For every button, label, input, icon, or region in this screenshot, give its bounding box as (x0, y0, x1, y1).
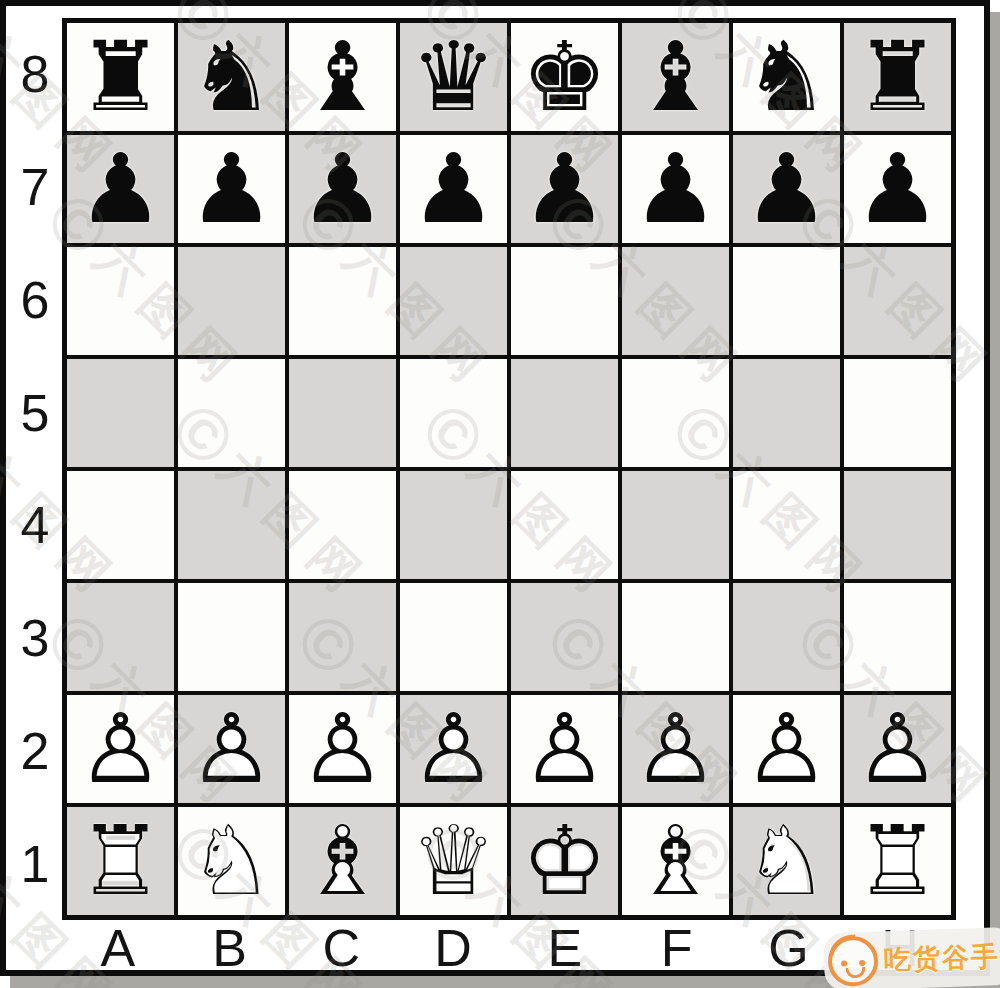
piece-white-pawn: ♟♙ (511, 695, 618, 803)
square-e3[interactable] (511, 583, 618, 691)
square-h4[interactable] (844, 471, 951, 579)
square-d1[interactable]: ♛♕ (400, 807, 507, 915)
square-g5[interactable] (733, 359, 840, 467)
square-b5[interactable] (178, 359, 285, 467)
square-b1[interactable]: ♞♘ (178, 807, 285, 915)
piece-black-rook: ♜ (854, 29, 940, 125)
piece-fill-glyph: ♝ (622, 807, 729, 915)
piece-white-pawn: ♟♙ (622, 695, 729, 803)
rank-label-1: 1 (21, 838, 50, 890)
piece-outline-glyph: ♖ (67, 807, 174, 915)
square-h5[interactable] (844, 359, 951, 467)
piece-black-rook: ♜ (77, 29, 163, 125)
square-h6[interactable] (844, 247, 951, 355)
piece-white-pawn: ♟♙ (178, 695, 285, 803)
piece-white-pawn: ♟♙ (289, 695, 396, 803)
square-d5[interactable] (400, 359, 507, 467)
square-g7[interactable]: ♟ (733, 135, 840, 243)
square-e2[interactable]: ♟♙ (511, 695, 618, 803)
file-label-a: A (101, 922, 136, 974)
piece-fill-glyph: ♟ (178, 695, 285, 803)
square-f2[interactable]: ♟♙ (622, 695, 729, 803)
piece-fill-glyph: ♞ (178, 807, 285, 915)
piece-black-pawn: ♟ (632, 141, 718, 237)
piece-white-pawn: ♟♙ (400, 695, 507, 803)
piece-outline-glyph: ♙ (622, 695, 729, 803)
rank-label-4: 4 (21, 499, 50, 551)
square-a3[interactable] (67, 583, 174, 691)
mascot-face-icon (827, 935, 879, 987)
square-c6[interactable] (289, 247, 396, 355)
piece-outline-glyph: ♙ (844, 695, 951, 803)
square-h3[interactable] (844, 583, 951, 691)
square-c4[interactable] (289, 471, 396, 579)
badge-watermark: 吃货谷手游 (823, 927, 1000, 988)
piece-black-pawn: ♟ (77, 141, 163, 237)
rank-label-3: 3 (21, 612, 50, 664)
square-d2[interactable]: ♟♙ (400, 695, 507, 803)
piece-fill-glyph: ♟ (511, 695, 618, 803)
piece-black-king: ♚ (521, 29, 607, 125)
rank-label-5: 5 (21, 387, 50, 439)
piece-outline-glyph: ♔ (511, 807, 618, 915)
square-g4[interactable] (733, 471, 840, 579)
piece-fill-glyph: ♚ (511, 807, 618, 915)
square-b2[interactable]: ♟♙ (178, 695, 285, 803)
piece-outline-glyph: ♕ (400, 807, 507, 915)
square-h2[interactable]: ♟♙ (844, 695, 951, 803)
piece-outline-glyph: ♙ (511, 695, 618, 803)
piece-black-pawn: ♟ (521, 141, 607, 237)
square-e4[interactable] (511, 471, 618, 579)
piece-black-pawn: ♟ (854, 141, 940, 237)
square-g8[interactable]: ♞ (733, 23, 840, 131)
piece-fill-glyph: ♟ (622, 695, 729, 803)
piece-white-queen: ♛♕ (400, 807, 507, 915)
piece-white-pawn: ♟♙ (67, 695, 174, 803)
square-g1[interactable]: ♞♘ (733, 807, 840, 915)
square-c1[interactable]: ♝♗ (289, 807, 396, 915)
piece-fill-glyph: ♟ (289, 695, 396, 803)
square-e1[interactable]: ♚♔ (511, 807, 618, 915)
square-f3[interactable] (622, 583, 729, 691)
square-d3[interactable] (400, 583, 507, 691)
square-b8[interactable]: ♞ (178, 23, 285, 131)
square-a5[interactable] (67, 359, 174, 467)
square-a7[interactable]: ♟ (67, 135, 174, 243)
piece-white-rook: ♜♖ (844, 807, 951, 915)
square-h8[interactable]: ♜ (844, 23, 951, 131)
piece-fill-glyph: ♟ (67, 695, 174, 803)
piece-white-knight: ♞♘ (178, 807, 285, 915)
piece-white-knight: ♞♘ (733, 807, 840, 915)
square-c7[interactable]: ♟ (289, 135, 396, 243)
square-d7[interactable]: ♟ (400, 135, 507, 243)
piece-white-king: ♚♔ (511, 807, 618, 915)
square-e7[interactable]: ♟ (511, 135, 618, 243)
piece-outline-glyph: ♙ (178, 695, 285, 803)
square-e8[interactable]: ♚ (511, 23, 618, 131)
square-e6[interactable] (511, 247, 618, 355)
square-b7[interactable]: ♟ (178, 135, 285, 243)
piece-black-knight: ♞ (743, 29, 829, 125)
rank-label-7: 7 (21, 161, 50, 213)
rank-labels: 87654321 (8, 18, 62, 920)
square-f4[interactable] (622, 471, 729, 579)
piece-outline-glyph: ♙ (733, 695, 840, 803)
piece-fill-glyph: ♞ (733, 807, 840, 915)
piece-outline-glyph: ♖ (844, 807, 951, 915)
square-d6[interactable] (400, 247, 507, 355)
square-a6[interactable] (67, 247, 174, 355)
square-c3[interactable] (289, 583, 396, 691)
file-label-c: C (323, 922, 361, 974)
square-a1[interactable]: ♜♖ (67, 807, 174, 915)
file-label-f: F (661, 922, 693, 974)
square-b3[interactable] (178, 583, 285, 691)
piece-black-bishop: ♝ (299, 29, 385, 125)
square-a4[interactable] (67, 471, 174, 579)
piece-black-pawn: ♟ (410, 141, 496, 237)
piece-fill-glyph: ♛ (400, 807, 507, 915)
square-c5[interactable] (289, 359, 396, 467)
rank-label-6: 6 (21, 274, 50, 326)
file-label-g: G (768, 922, 808, 974)
piece-black-bishop: ♝ (632, 29, 718, 125)
square-f8[interactable]: ♝ (622, 23, 729, 131)
file-label-d: D (434, 922, 472, 974)
square-g3[interactable] (733, 583, 840, 691)
piece-fill-glyph: ♜ (844, 807, 951, 915)
piece-white-pawn: ♟♙ (844, 695, 951, 803)
piece-fill-glyph: ♝ (289, 807, 396, 915)
rank-label-2: 2 (21, 725, 50, 777)
square-f5[interactable] (622, 359, 729, 467)
piece-fill-glyph: ♟ (733, 695, 840, 803)
piece-black-pawn: ♟ (299, 141, 385, 237)
piece-fill-glyph: ♜ (67, 807, 174, 915)
board-layout: 87654321 ♜♞♝♛♚♝♞♜♟♟♟♟♟♟♟♟♟♙♟♙♟♙♟♙♟♙♟♙♟♙♟… (8, 18, 956, 968)
square-d4[interactable] (400, 471, 507, 579)
square-c8[interactable]: ♝ (289, 23, 396, 131)
square-a2[interactable]: ♟♙ (67, 695, 174, 803)
piece-white-bishop: ♝♗ (289, 807, 396, 915)
square-d8[interactable]: ♛ (400, 23, 507, 131)
piece-fill-glyph: ♟ (400, 695, 507, 803)
square-f7[interactable]: ♟ (622, 135, 729, 243)
square-h1[interactable]: ♜♖ (844, 807, 951, 915)
square-b4[interactable] (178, 471, 285, 579)
file-labels: ABCDEFGH (62, 920, 956, 968)
square-e5[interactable] (511, 359, 618, 467)
piece-black-pawn: ♟ (188, 141, 274, 237)
piece-black-queen: ♛ (410, 29, 496, 125)
piece-white-rook: ♜♖ (67, 807, 174, 915)
square-f1[interactable]: ♝♗ (622, 807, 729, 915)
piece-outline-glyph: ♗ (622, 807, 729, 915)
badge-watermark-text: 吃货谷手游 (883, 937, 1000, 978)
piece-outline-glyph: ♗ (289, 807, 396, 915)
rank-label-8: 8 (21, 48, 50, 100)
piece-fill-glyph: ♟ (844, 695, 951, 803)
piece-white-pawn: ♟♙ (733, 695, 840, 803)
piece-outline-glyph: ♘ (178, 807, 285, 915)
diagram-sheet: 87654321 ♜♞♝♛♚♝♞♜♟♟♟♟♟♟♟♟♟♙♟♙♟♙♟♙♟♙♟♙♟♙♟… (0, 0, 990, 976)
square-a8[interactable]: ♜ (67, 23, 174, 131)
square-b6[interactable] (178, 247, 285, 355)
square-g6[interactable] (733, 247, 840, 355)
file-label-e: E (548, 922, 583, 974)
chess-board: ♜♞♝♛♚♝♞♜♟♟♟♟♟♟♟♟♟♙♟♙♟♙♟♙♟♙♟♙♟♙♟♙♜♖♞♘♝♗♛♕… (62, 18, 956, 920)
square-f6[interactable] (622, 247, 729, 355)
piece-outline-glyph: ♙ (67, 695, 174, 803)
piece-outline-glyph: ♙ (400, 695, 507, 803)
square-h7[interactable]: ♟ (844, 135, 951, 243)
piece-white-bishop: ♝♗ (622, 807, 729, 915)
piece-black-knight: ♞ (188, 29, 274, 125)
piece-black-pawn: ♟ (743, 141, 829, 237)
file-label-b: B (212, 922, 247, 974)
square-c2[interactable]: ♟♙ (289, 695, 396, 803)
square-g2[interactable]: ♟♙ (733, 695, 840, 803)
piece-outline-glyph: ♘ (733, 807, 840, 915)
piece-outline-glyph: ♙ (289, 695, 396, 803)
